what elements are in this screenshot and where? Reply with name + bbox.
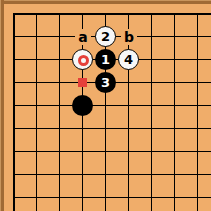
stone-white-E18-move2: 2 xyxy=(95,26,116,47)
red-circle-marker-icon xyxy=(78,55,89,66)
stone-number: 2 xyxy=(101,30,110,43)
stone-black-D15 xyxy=(72,95,93,116)
stone-number: 3 xyxy=(101,76,110,89)
stone-number: 1 xyxy=(101,53,110,66)
stone-number: 4 xyxy=(124,53,133,66)
board-edge-left xyxy=(13,13,15,211)
stone-black-E17-move1: 1 xyxy=(95,49,116,70)
point-label-a: a xyxy=(75,29,91,45)
board-frame-top xyxy=(0,0,211,4)
square-marker xyxy=(78,78,87,87)
stone-white-F17-move4: 4 xyxy=(118,49,139,70)
board-edge-top xyxy=(13,13,211,15)
go-diagram: ab2143 xyxy=(0,0,211,211)
stone-black-E16-move3: 3 xyxy=(95,72,116,93)
point-label-b: b xyxy=(121,29,137,45)
board-frame-left xyxy=(0,0,4,211)
stone-white-D17 xyxy=(72,49,93,70)
go-board: ab2143 xyxy=(0,0,211,211)
